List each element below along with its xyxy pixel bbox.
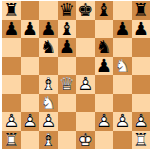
square-h6[interactable]: [132, 38, 151, 57]
square-a6[interactable]: [2, 38, 21, 57]
piece-white-rook[interactable]: ♜♖: [2, 131, 21, 150]
square-e5[interactable]: [76, 57, 95, 76]
piece-black-rook[interactable]: ♜: [132, 1, 151, 20]
white-pawn-icon: ♙: [39, 112, 58, 130]
piece-black-pawn[interactable]: ♟: [95, 57, 114, 76]
square-d3[interactable]: [58, 94, 77, 113]
square-f5[interactable]: ♟: [95, 57, 114, 76]
white-bishop-icon: ♗: [39, 131, 58, 149]
square-d7[interactable]: ♝: [58, 20, 77, 39]
black-rook-icon: ♜: [2, 1, 21, 19]
white-pawn-icon: ♙: [95, 112, 114, 130]
black-knight-icon: ♞: [95, 38, 114, 56]
square-b4[interactable]: [21, 75, 40, 94]
square-c7[interactable]: ♟: [39, 20, 58, 39]
square-e4[interactable]: ♟♙: [76, 75, 95, 94]
square-b6[interactable]: [21, 38, 40, 57]
black-rook-icon: ♜: [132, 1, 151, 19]
square-h4[interactable]: [132, 75, 151, 94]
square-d5[interactable]: [58, 57, 77, 76]
piece-black-bishop[interactable]: ♝: [58, 20, 77, 39]
square-h1[interactable]: ♜♖: [132, 131, 151, 150]
square-g7[interactable]: ♟: [113, 20, 132, 39]
square-f4[interactable]: [95, 75, 114, 94]
white-pawn-icon: ♙: [21, 112, 40, 130]
square-g3[interactable]: [113, 94, 132, 113]
square-c1[interactable]: ♝♗: [39, 131, 58, 150]
black-bishop-icon: ♝: [58, 20, 77, 38]
square-g1[interactable]: [113, 131, 132, 150]
chess-board: ♜♛♚♝♜♟♟♟♝♟♟♞♟♞♟♞♘♝♗♛♕♟♙♞♘♟♙♟♙♟♙♟♙♟♙♟♙♜♖♝…: [2, 1, 150, 149]
square-c5[interactable]: [39, 57, 58, 76]
square-h3[interactable]: [132, 94, 151, 113]
black-pawn-icon: ♟: [113, 20, 132, 38]
piece-black-pawn[interactable]: ♟: [113, 20, 132, 39]
square-f8[interactable]: ♝: [95, 1, 114, 20]
white-rook-icon: ♖: [2, 131, 21, 149]
square-a5[interactable]: [2, 57, 21, 76]
square-f7[interactable]: [95, 20, 114, 39]
square-b8[interactable]: [21, 1, 40, 20]
piece-white-pawn[interactable]: ♟♙: [21, 112, 40, 131]
square-e3[interactable]: [76, 94, 95, 113]
piece-black-knight[interactable]: ♞: [95, 38, 114, 57]
piece-black-pawn[interactable]: ♟: [132, 20, 151, 39]
square-e1[interactable]: ♚♔: [76, 131, 95, 150]
piece-white-bishop[interactable]: ♝♗: [39, 75, 58, 94]
white-pawn-icon: ♙: [2, 112, 21, 130]
square-b2[interactable]: ♟♙: [21, 112, 40, 131]
square-a4[interactable]: [2, 75, 21, 94]
square-c6[interactable]: ♞: [39, 38, 58, 57]
square-e7[interactable]: [76, 20, 95, 39]
black-pawn-icon: ♟: [39, 20, 58, 38]
piece-white-queen[interactable]: ♛♕: [58, 75, 77, 94]
piece-black-pawn[interactable]: ♟: [39, 20, 58, 39]
square-g2[interactable]: ♟♙: [113, 112, 132, 131]
square-d2[interactable]: [58, 112, 77, 131]
square-b7[interactable]: ♟: [21, 20, 40, 39]
piece-black-rook[interactable]: ♜: [2, 1, 21, 20]
square-c8[interactable]: [39, 1, 58, 20]
black-pawn-icon: ♟: [132, 20, 151, 38]
piece-white-knight[interactable]: ♞♘: [39, 94, 58, 113]
piece-white-bishop[interactable]: ♝♗: [39, 131, 58, 150]
piece-black-king[interactable]: ♚: [76, 1, 95, 20]
piece-white-pawn[interactable]: ♟♙: [39, 112, 58, 131]
black-pawn-icon: ♟: [2, 20, 21, 38]
piece-white-pawn[interactable]: ♟♙: [76, 75, 95, 94]
piece-white-rook[interactable]: ♜♖: [132, 131, 151, 150]
piece-white-pawn[interactable]: ♟♙: [113, 112, 132, 131]
piece-white-pawn[interactable]: ♟♙: [132, 112, 151, 131]
white-knight-icon: ♘: [113, 57, 132, 75]
square-d1[interactable]: [58, 131, 77, 150]
black-pawn-icon: ♟: [21, 20, 40, 38]
square-g5[interactable]: ♞♘: [113, 57, 132, 76]
black-knight-icon: ♞: [39, 38, 58, 56]
piece-white-pawn[interactable]: ♟♙: [95, 112, 114, 131]
white-pawn-icon: ♙: [132, 112, 151, 130]
piece-white-king[interactable]: ♚♔: [76, 131, 95, 150]
square-g4[interactable]: [113, 75, 132, 94]
square-f1[interactable]: [95, 131, 114, 150]
square-e2[interactable]: [76, 112, 95, 131]
white-knight-icon: ♘: [39, 94, 58, 112]
piece-black-pawn[interactable]: ♟: [21, 20, 40, 39]
piece-black-pawn[interactable]: ♟: [58, 38, 77, 57]
square-f2[interactable]: ♟♙: [95, 112, 114, 131]
square-h5[interactable]: [132, 57, 151, 76]
square-d8[interactable]: ♛: [58, 1, 77, 20]
square-c3[interactable]: ♞♘: [39, 94, 58, 113]
square-g6[interactable]: [113, 38, 132, 57]
square-f6[interactable]: ♞: [95, 38, 114, 57]
square-f3[interactable]: [95, 94, 114, 113]
white-rook-icon: ♖: [132, 131, 151, 149]
black-pawn-icon: ♟: [58, 38, 77, 56]
piece-black-pawn[interactable]: ♟: [2, 20, 21, 39]
black-pawn-icon: ♟: [95, 57, 114, 75]
square-c2[interactable]: ♟♙: [39, 112, 58, 131]
piece-black-knight[interactable]: ♞: [39, 38, 58, 57]
square-a2[interactable]: ♟♙: [2, 112, 21, 131]
white-bishop-icon: ♗: [39, 75, 58, 93]
black-king-icon: ♚: [76, 1, 95, 19]
square-h2[interactable]: ♟♙: [132, 112, 151, 131]
white-pawn-icon: ♙: [113, 112, 132, 130]
square-e6[interactable]: [76, 38, 95, 57]
square-g8[interactable]: [113, 1, 132, 20]
piece-white-knight[interactable]: ♞♘: [113, 57, 132, 76]
square-e8[interactable]: ♚: [76, 1, 95, 20]
square-a3[interactable]: [2, 94, 21, 113]
square-a7[interactable]: ♟: [2, 20, 21, 39]
square-c4[interactable]: ♝♗: [39, 75, 58, 94]
piece-white-pawn[interactable]: ♟♙: [2, 112, 21, 131]
square-b1[interactable]: [21, 131, 40, 150]
square-d4[interactable]: ♛♕: [58, 75, 77, 94]
square-d6[interactable]: ♟: [58, 38, 77, 57]
page-background: { "game": "chess", "position": { "fen": …: [0, 0, 150, 149]
square-b5[interactable]: [21, 57, 40, 76]
square-a8[interactable]: ♜: [2, 1, 21, 20]
white-king-icon: ♔: [76, 131, 95, 149]
white-queen-icon: ♕: [58, 75, 77, 93]
black-bishop-icon: ♝: [95, 1, 114, 19]
square-b3[interactable]: [21, 94, 40, 113]
piece-black-queen[interactable]: ♛: [58, 1, 77, 20]
square-h8[interactable]: ♜: [132, 1, 151, 20]
white-pawn-icon: ♙: [76, 75, 95, 93]
piece-black-bishop[interactable]: ♝: [95, 1, 114, 20]
black-queen-icon: ♛: [58, 1, 77, 19]
square-h7[interactable]: ♟: [132, 20, 151, 39]
square-a1[interactable]: ♜♖: [2, 131, 21, 150]
